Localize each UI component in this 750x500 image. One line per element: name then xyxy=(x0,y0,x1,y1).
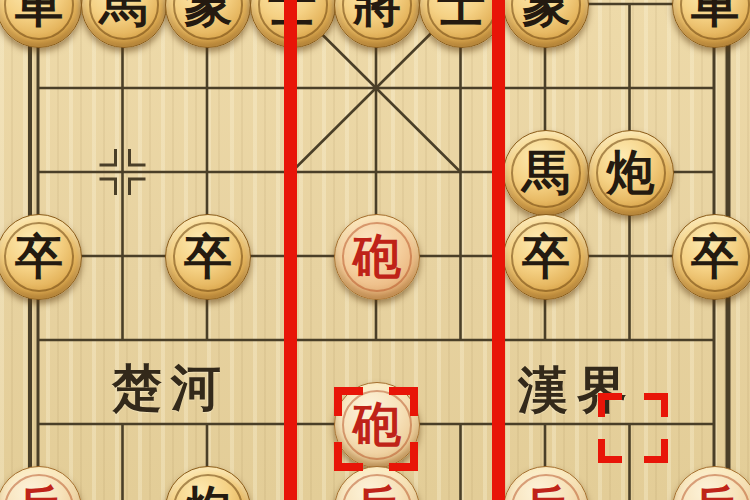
piece-glyph: 象 xyxy=(522,0,570,28)
piece-black-soldier[interactable]: 卒 xyxy=(672,214,750,300)
river-label-han-jie: 漢界 xyxy=(518,360,636,420)
piece-black-cannon[interactable]: 炮 xyxy=(588,130,674,216)
piece-glyph: 象 xyxy=(184,0,232,28)
piece-glyph: 兵 xyxy=(15,484,63,500)
piece-glyph: 馬 xyxy=(100,0,148,28)
river-label-chu-he: 楚河 xyxy=(112,358,230,418)
piece-glyph: 卒 xyxy=(15,232,63,280)
piece-glyph: 兵 xyxy=(353,484,401,500)
xiangqi-board[interactable]: 楚河 漢界 車馬象士將士象車馬炮卒卒砲卒卒砲兵炮兵兵兵 xyxy=(0,0,750,500)
piece-red-cannon[interactable]: 砲 xyxy=(334,214,420,300)
piece-glyph: 將 xyxy=(353,0,401,28)
piece-glyph: 炮 xyxy=(607,148,655,196)
piece-glyph: 馬 xyxy=(522,148,570,196)
piece-glyph: 卒 xyxy=(522,232,570,280)
piece-glyph: 兵 xyxy=(691,484,739,500)
piece-glyph: 卒 xyxy=(691,232,739,280)
piece-glyph: 兵 xyxy=(522,484,570,500)
piece-glyph: 車 xyxy=(15,0,63,28)
piece-black-horse[interactable]: 馬 xyxy=(503,130,589,216)
piece-glyph: 炮 xyxy=(184,484,232,500)
piece-glyph: 車 xyxy=(691,0,739,28)
piece-black-soldier[interactable]: 卒 xyxy=(0,214,82,300)
piece-glyph: 砲 xyxy=(353,232,401,280)
piece-glyph: 砲 xyxy=(353,400,401,448)
piece-glyph: 士 xyxy=(438,0,486,28)
piece-red-cannon[interactable]: 砲 xyxy=(334,382,420,468)
piece-glyph: 士 xyxy=(269,0,317,28)
piece-black-soldier[interactable]: 卒 xyxy=(503,214,589,300)
piece-glyph: 卒 xyxy=(184,232,232,280)
piece-black-soldier[interactable]: 卒 xyxy=(165,214,251,300)
